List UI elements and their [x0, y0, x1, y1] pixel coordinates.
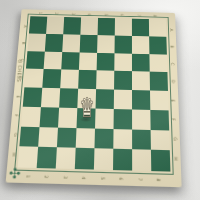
square-d8	[150, 72, 168, 91]
square-c7	[132, 53, 150, 72]
coordinates-bottom: 12345678	[19, 171, 169, 185]
square-h4	[75, 148, 95, 170]
coordinate-label: 1	[26, 174, 31, 177]
photo-scene: 12345678 12345678 ABCDEFGH ABCDEFGH ✣ ◎ …	[0, 0, 200, 200]
coordinate-label: F	[172, 118, 177, 121]
square-h5	[94, 148, 113, 170]
square-f5	[95, 108, 114, 128]
coordinate-label: 8	[157, 178, 162, 181]
square-e1	[23, 87, 43, 107]
brand-text: CHESS	[16, 65, 23, 82]
coordinate-label: H	[11, 153, 16, 157]
square-e6	[114, 90, 132, 110]
square-f6	[114, 109, 133, 129]
square-f1	[21, 106, 41, 126]
square-d5	[96, 71, 114, 90]
square-h6	[113, 149, 132, 171]
square-e3	[59, 88, 78, 108]
coordinate-label: 4	[82, 176, 87, 179]
square-b4	[80, 34, 98, 52]
coordinate-label: D	[170, 80, 175, 83]
square-b1	[27, 33, 46, 51]
square-f2	[40, 107, 60, 127]
coordinate-label: B	[21, 42, 26, 45]
coordinate-label: 3	[63, 175, 68, 178]
square-d2	[42, 69, 61, 88]
coordinate-label: 7	[137, 14, 141, 17]
square-g5	[94, 128, 113, 149]
square-c2	[44, 51, 63, 69]
coordinate-label: 8	[153, 14, 157, 17]
coordinate-label: 3	[71, 12, 75, 15]
square-d6	[114, 71, 132, 90]
square-g4	[76, 128, 95, 149]
quatrefoil-logo-icon: ✣	[7, 165, 23, 183]
coordinate-label: 2	[55, 12, 59, 15]
coordinate-label: 5	[104, 13, 108, 16]
square-f3	[58, 107, 77, 127]
square-g1	[19, 126, 39, 147]
square-b8	[149, 36, 167, 54]
square-a2	[46, 17, 64, 34]
square-h8	[151, 150, 170, 172]
brand-logo-icon: ◎	[18, 59, 24, 63]
coordinate-label: E	[171, 99, 176, 102]
square-d1	[24, 69, 43, 88]
square-e2	[41, 88, 60, 108]
square-c3	[61, 52, 79, 70]
square-e8	[150, 90, 169, 110]
square-d4	[78, 70, 96, 89]
square-g2	[38, 127, 58, 148]
white-queen-piece: ♛	[79, 94, 95, 122]
square-a3	[63, 17, 81, 34]
coordinate-label: 4	[88, 13, 92, 16]
square-h3	[56, 147, 76, 169]
coordinate-label: G	[172, 137, 177, 141]
square-a4	[80, 17, 98, 34]
square-d3	[60, 70, 79, 89]
coordinate-label: A	[169, 28, 173, 31]
square-g8	[151, 130, 170, 151]
coordinate-label: 6	[119, 177, 124, 180]
square-d7	[132, 71, 150, 90]
square-h2	[37, 147, 57, 169]
coordinate-label: F	[14, 114, 19, 117]
coordinate-label: G	[13, 133, 18, 137]
coordinate-label: H	[173, 157, 178, 161]
square-h7	[132, 149, 151, 171]
square-g7	[132, 129, 151, 150]
square-a1	[29, 16, 47, 33]
square-b6	[115, 35, 132, 53]
square-b3	[62, 34, 80, 52]
square-a7	[132, 19, 149, 36]
square-a5	[98, 18, 115, 35]
square-b7	[132, 36, 149, 54]
coordinate-label: 2	[44, 175, 49, 178]
square-f8	[150, 110, 169, 130]
square-c4	[79, 52, 97, 70]
square-c6	[114, 53, 132, 72]
coordinate-label: A	[23, 25, 27, 28]
square-c1	[26, 51, 45, 69]
square-g6	[113, 129, 132, 150]
coordinate-label: 1	[39, 11, 43, 14]
square-e7	[132, 90, 150, 110]
coordinate-label: 6	[121, 13, 125, 16]
square-e5	[96, 89, 114, 109]
square-f7	[132, 109, 151, 129]
square-c5	[97, 52, 115, 71]
square-g3	[57, 127, 77, 148]
coordinate-label: 7	[138, 177, 143, 180]
coordinate-label: B	[169, 45, 173, 48]
coordinate-label: C	[170, 62, 175, 65]
square-b5	[97, 35, 115, 53]
square-a6	[115, 18, 132, 35]
square-b2	[45, 34, 63, 52]
coordinate-label: 5	[101, 176, 106, 179]
square-a8	[149, 19, 166, 36]
square-c8	[149, 54, 167, 73]
